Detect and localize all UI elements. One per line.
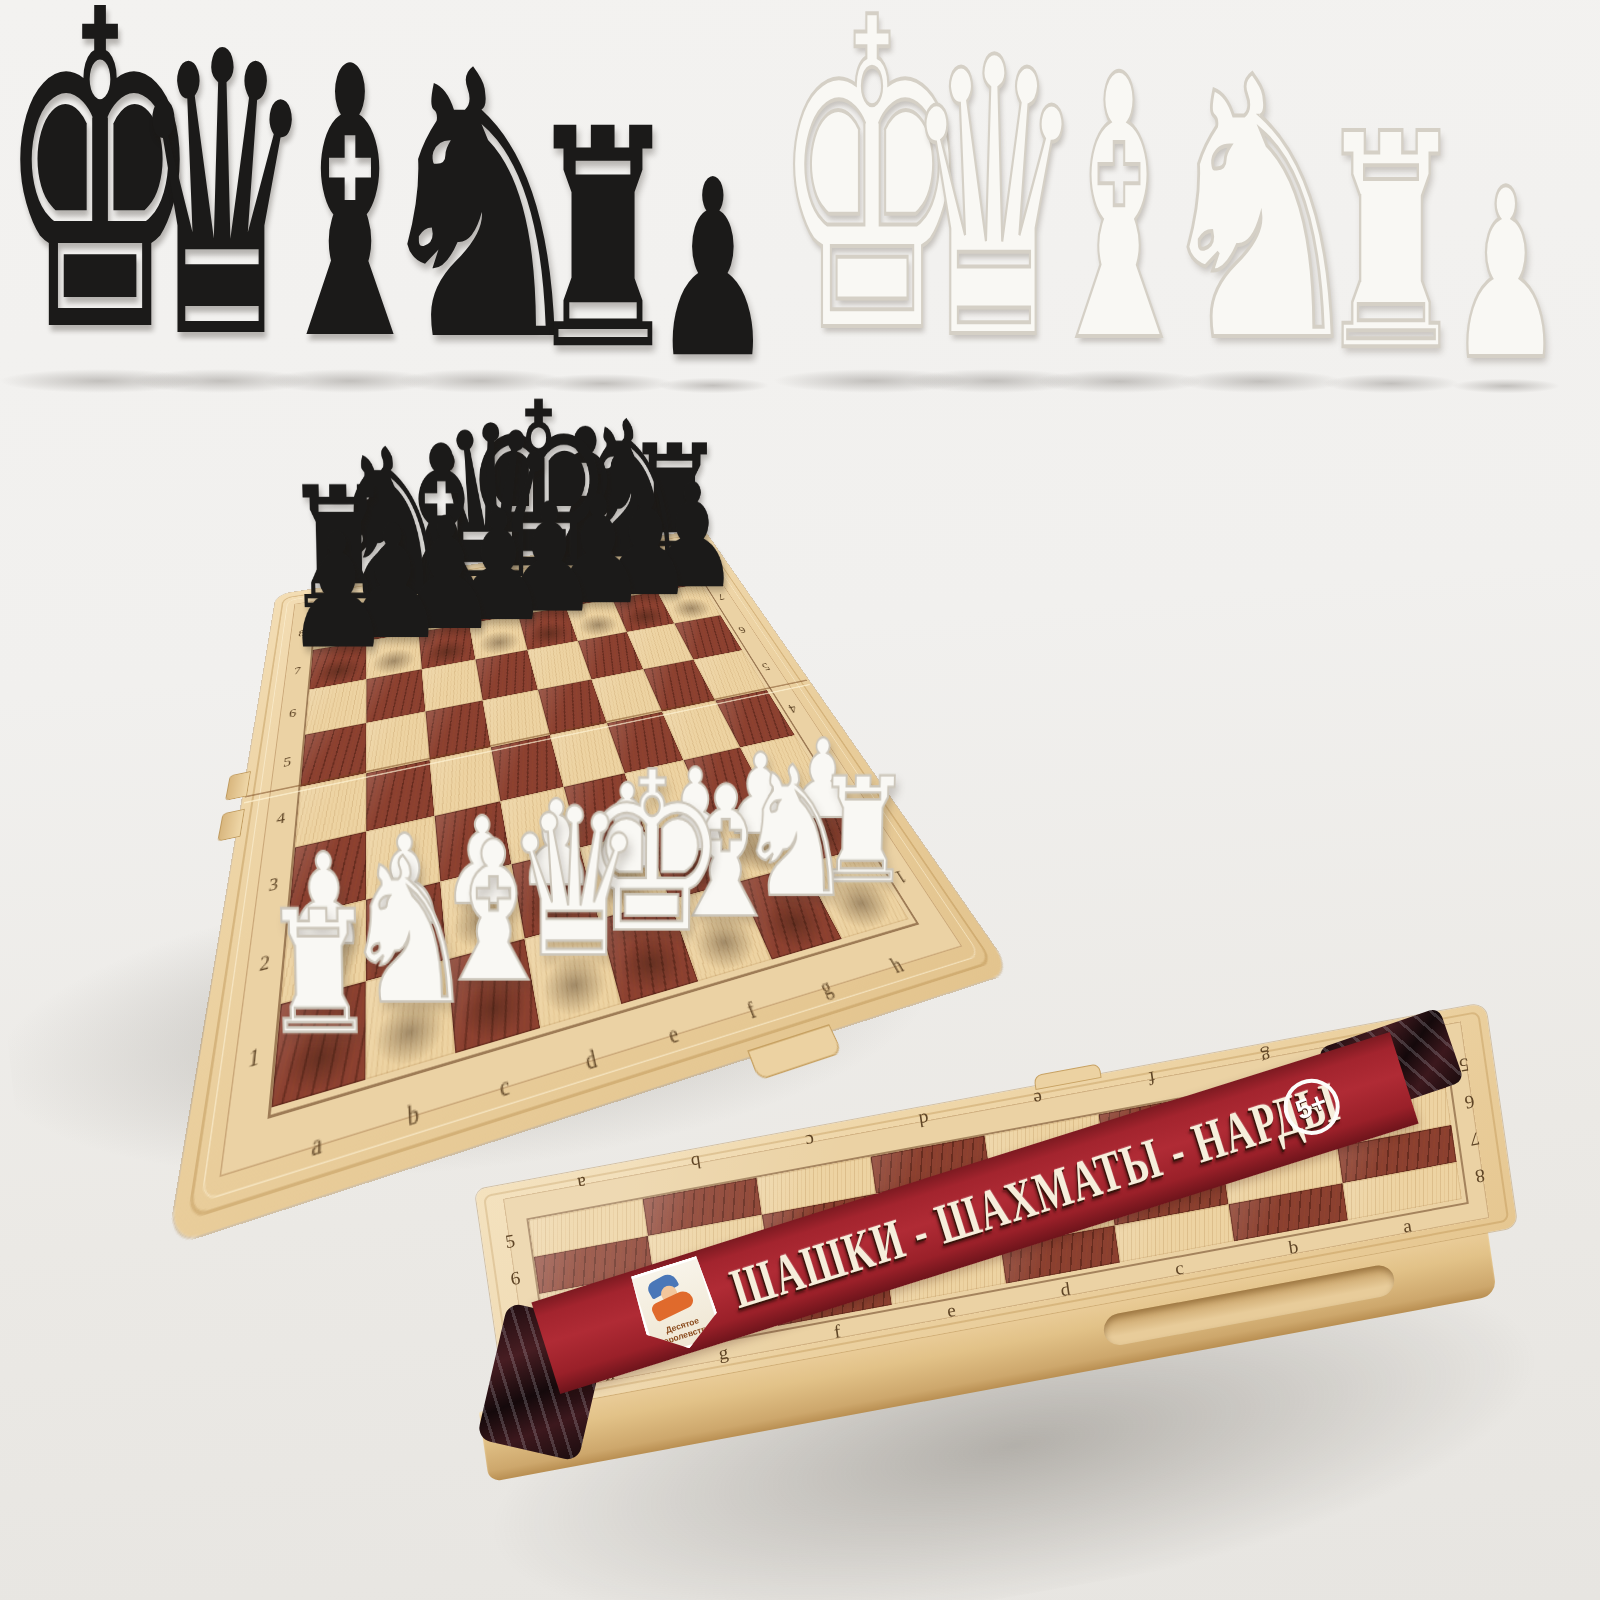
- white-pieces-lineup: ♚♛♝♞♜♟: [800, 36, 1600, 400]
- pawn-glyph: ♟: [1448, 158, 1563, 392]
- piece-white-rook: ♜: [259, 889, 378, 1058]
- rook-glyph: ♜: [1314, 96, 1468, 392]
- chess-set-product-photo: ♚♛♝♞♜♟ ♚♛♝♞♜♟ 8877665544332211abcdefgh♜♞…: [0, 0, 1600, 1600]
- closed-folded-board: 55667788hagbfceddecfbgah Десятое королев…: [455, 960, 1600, 1600]
- pawn-glyph: ♟: [653, 148, 773, 392]
- brand-logo: Десятое королевство: [628, 1255, 724, 1359]
- hinge-tab: [225, 771, 251, 801]
- black-pieces-lineup: ♚♛♝♞♜♟: [0, 36, 800, 400]
- piece-black-pawn: ♟: [282, 511, 392, 671]
- hinge-tab: [217, 809, 245, 842]
